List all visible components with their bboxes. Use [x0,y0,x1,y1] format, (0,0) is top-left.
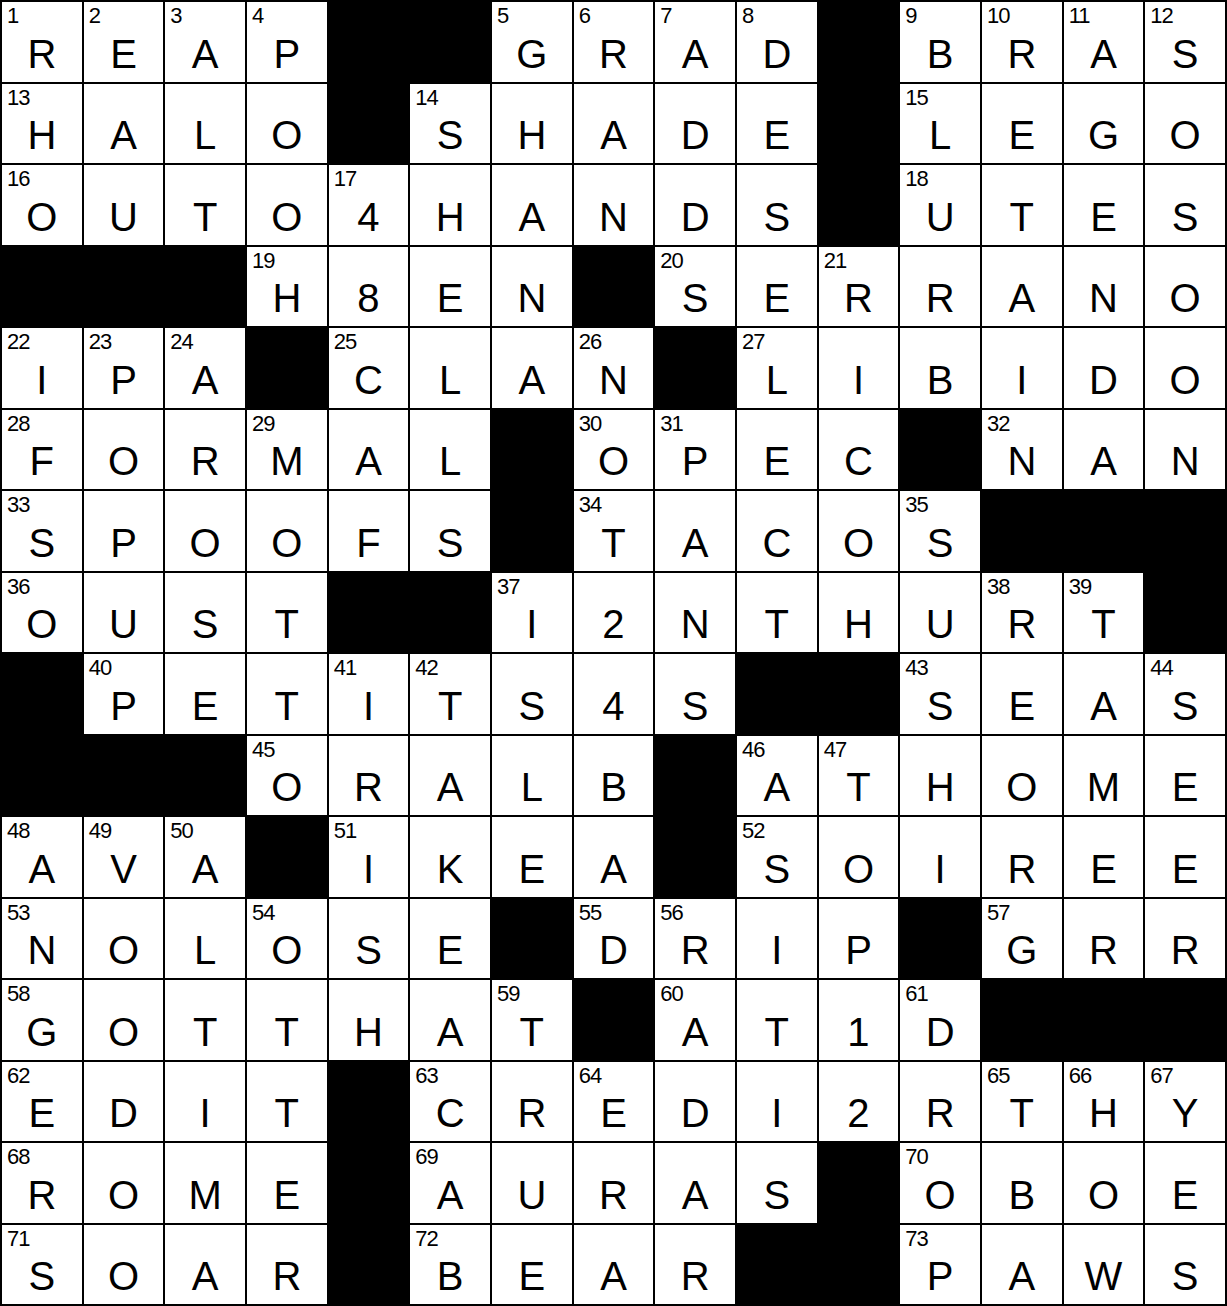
cell-r3c8[interactable]: N [574,165,654,245]
cell-r3c14[interactable]: E [1064,165,1144,245]
cell-r11c3[interactable]: 50A [165,817,245,897]
cell-letter: O [982,767,1062,807]
cell-letter: P [84,360,164,400]
cell-letter: K [410,849,490,889]
cell-r7c12[interactable]: 35S [900,491,980,571]
cell-r7c3[interactable]: O [165,491,245,571]
cell-letter: R [165,441,245,481]
cell-r8c12[interactable]: U [900,573,980,653]
cell-letter: A [574,115,654,155]
clue-number-47: 47 [824,737,846,762]
cell-letter: R [2,34,82,74]
cell-r15c8[interactable]: R [574,1143,654,1223]
cell-r16c4[interactable]: R [247,1225,327,1305]
cell-r10c7[interactable]: L [492,736,572,816]
cell-r1c9[interactable]: 7A [655,2,735,82]
cell-r13c3[interactable]: T [165,980,245,1060]
cell-r7c1[interactable]: 33S [2,491,82,571]
crossword-grid: 1R2E3A4P5G6R7A8D9B10R11A12S13HALO14SHADE… [0,0,1227,1306]
cell-r5c8[interactable]: 26N [574,328,654,408]
clue-number-63: 63 [415,1063,437,1088]
cell-r8c2[interactable]: U [84,573,164,653]
cell-letter: A [410,1012,490,1052]
cell-r9c2[interactable]: 40P [84,654,164,734]
cell-letter: R [982,604,1062,644]
cell-r14c3[interactable]: I [165,1062,245,1142]
cell-r7c10[interactable]: C [737,491,817,571]
cell-letter: O [84,1012,164,1052]
cell-r4c11[interactable]: 21R [819,247,899,327]
cell-r5c6[interactable]: L [410,328,490,408]
cell-letter: I [329,849,409,889]
cell-r7c4[interactable]: O [247,491,327,571]
cell-letter: U [84,197,164,237]
clue-number-57: 57 [987,900,1009,925]
cell-r13c2[interactable]: O [84,980,164,1060]
cell-r8c3[interactable]: S [165,573,245,653]
cell-letter: O [2,604,82,644]
cell-r8c10[interactable]: T [737,573,817,653]
clue-number-14: 14 [415,85,437,110]
cell-letter: N [655,604,735,644]
clue-number-66: 66 [1069,1063,1091,1088]
clue-number-58: 58 [7,981,29,1006]
cell-r7c11[interactable]: O [819,491,899,571]
cell-letter: T [247,686,327,726]
cell-r15c1[interactable]: 68R [2,1143,82,1223]
cell-r16c13[interactable]: A [982,1225,1062,1305]
cell-r14c7[interactable]: R [492,1062,572,1142]
cell-letter: P [900,1256,980,1296]
cell-letter: R [329,767,409,807]
black-cell-r9c11 [819,654,899,734]
cell-r8c11[interactable]: H [819,573,899,653]
cell-letter: R [247,1256,327,1296]
cell-r14c1[interactable]: 62E [2,1062,82,1142]
cell-r9c3[interactable]: E [165,654,245,734]
cell-r12c11[interactable]: P [819,899,899,979]
cell-r1c2[interactable]: 2E [84,2,164,82]
clue-number-54: 54 [252,900,274,925]
cell-r14c11[interactable]: 2 [819,1062,899,1142]
clue-number-62: 62 [7,1063,29,1088]
cell-r2c14[interactable]: G [1064,84,1144,164]
cell-letter: F [329,523,409,563]
cell-r10c11[interactable]: 47T [819,736,899,816]
cell-r9c8[interactable]: 4 [574,654,654,734]
cell-r11c14[interactable]: E [1064,817,1144,897]
cell-r9c14[interactable]: A [1064,654,1144,734]
cell-letter: F [2,441,82,481]
clue-number-21: 21 [824,248,846,273]
cell-r5c14[interactable]: D [1064,328,1144,408]
cell-r1c10[interactable]: 8D [737,2,817,82]
cell-letter: N [1064,278,1144,318]
cell-r16c2[interactable]: O [84,1225,164,1305]
cell-r9c13[interactable]: E [982,654,1062,734]
cell-r4c14[interactable]: N [1064,247,1144,327]
cell-r13c1[interactable]: 58G [2,980,82,1060]
cell-letter: E [492,1256,572,1296]
cell-letter: G [982,930,1062,970]
clue-number-72: 72 [415,1226,437,1251]
cell-r12c4[interactable]: 54O [247,899,327,979]
cell-letter: L [410,441,490,481]
cell-letter: M [1064,767,1144,807]
cell-letter: V [84,849,164,889]
cell-r11c8[interactable]: A [574,817,654,897]
cell-letter: S [737,1175,817,1215]
black-cell-r16c10 [737,1225,817,1305]
cell-r2c12[interactable]: 15L [900,84,980,164]
cell-r14c10[interactable]: I [737,1062,817,1142]
cell-r12c13[interactable]: 57G [982,899,1062,979]
cell-letter: O [247,115,327,155]
cell-letter: H [247,278,327,318]
cell-letter: S [655,278,735,318]
clue-number-6: 6 [579,3,590,28]
cell-r11c2[interactable]: 49V [84,817,164,897]
cell-r6c14[interactable]: A [1064,410,1144,490]
cell-r16c3[interactable]: A [165,1225,245,1305]
cell-r6c3[interactable]: R [165,410,245,490]
cell-r13c10[interactable]: T [737,980,817,1060]
cell-r12c14[interactable]: R [1064,899,1144,979]
cell-r6c8[interactable]: 30O [574,410,654,490]
cell-letter: A [165,34,245,74]
cell-r16c9[interactable]: R [655,1225,735,1305]
cell-r6c5[interactable]: A [329,410,409,490]
cell-letter: A [1064,34,1144,74]
cell-r13c6[interactable]: A [410,980,490,1060]
clue-number-20: 20 [660,248,682,273]
cell-r5c1[interactable]: 22I [2,328,82,408]
cell-r9c7[interactable]: S [492,654,572,734]
cell-letter: 2 [819,1093,899,1133]
cell-r9c4[interactable]: T [247,654,327,734]
cell-letter: R [2,1175,82,1215]
cell-r16c7[interactable]: E [492,1225,572,1305]
cell-r8c9[interactable]: N [655,573,735,653]
cell-r2c2[interactable]: A [84,84,164,164]
cell-r13c4[interactable]: T [247,980,327,1060]
cell-letter: U [84,604,164,644]
cell-r5c15[interactable]: O [1145,328,1225,408]
clue-number-29: 29 [252,411,274,436]
clue-number-40: 40 [89,655,111,680]
cell-r2c13[interactable]: E [982,84,1062,164]
clue-number-49: 49 [89,818,111,843]
cell-r15c3[interactable]: M [165,1143,245,1223]
cell-letter: L [900,115,980,155]
cell-r6c10[interactable]: E [737,410,817,490]
cell-r2c9[interactable]: D [655,84,735,164]
clue-number-11: 11 [1069,3,1090,28]
cell-r16c15[interactable]: S [1145,1225,1225,1305]
clue-number-19: 19 [252,248,274,273]
cell-r14c9[interactable]: D [655,1062,735,1142]
cell-r5c2[interactable]: 23P [84,328,164,408]
cell-letter: A [410,1175,490,1215]
cell-r4c13[interactable]: A [982,247,1062,327]
cell-r13c5[interactable]: H [329,980,409,1060]
cell-r10c8[interactable]: B [574,736,654,816]
cell-letter: D [84,1093,164,1133]
cell-r15c7[interactable]: U [492,1143,572,1223]
cell-r7c2[interactable]: P [84,491,164,571]
cell-r7c9[interactable]: A [655,491,735,571]
cell-r1c1[interactable]: 1R [2,2,82,82]
cell-r10c10[interactable]: 46A [737,736,817,816]
cell-r10c5[interactable]: R [329,736,409,816]
black-cell-r1c5 [329,2,409,82]
cell-r4c9[interactable]: 20S [655,247,735,327]
cell-r4c7[interactable]: N [492,247,572,327]
cell-r11c7[interactable]: E [492,817,572,897]
black-cell-r15c11 [819,1143,899,1223]
cell-r12c8[interactable]: 55D [574,899,654,979]
cell-r7c8[interactable]: 34T [574,491,654,571]
cell-r2c10[interactable]: E [737,84,817,164]
cell-r10c14[interactable]: M [1064,736,1144,816]
cell-r14c8[interactable]: 64E [574,1062,654,1142]
cell-letter: H [819,604,899,644]
cell-r3c6[interactable]: H [410,165,490,245]
cell-letter: E [84,34,164,74]
cell-r8c4[interactable]: T [247,573,327,653]
cell-r10c12[interactable]: H [900,736,980,816]
cell-r16c8[interactable]: A [574,1225,654,1305]
cell-letter: R [492,1093,572,1133]
cell-r11c10[interactable]: 52S [737,817,817,897]
cell-r14c12[interactable]: R [900,1062,980,1142]
cell-r9c12[interactable]: 43S [900,654,980,734]
cell-r4c10[interactable]: E [737,247,817,327]
cell-letter: L [492,767,572,807]
cell-r10c4[interactable]: 45O [247,736,327,816]
clue-number-65: 65 [987,1063,1009,1088]
cell-r7c5[interactable]: F [329,491,409,571]
cell-r3c5[interactable]: 174 [329,165,409,245]
black-cell-r9c10 [737,654,817,734]
cell-r3c15[interactable]: S [1145,165,1225,245]
cell-letter: O [819,849,899,889]
cell-letter: H [410,197,490,237]
cell-r15c12[interactable]: 70O [900,1143,980,1223]
cell-r4c12[interactable]: R [900,247,980,327]
cell-r4c6[interactable]: E [410,247,490,327]
cell-r2c1[interactable]: 13H [2,84,82,164]
cell-r8c1[interactable]: 36O [2,573,82,653]
cell-letter: H [900,767,980,807]
cell-r8c14[interactable]: 39T [1064,573,1144,653]
cell-r16c14[interactable]: W [1064,1225,1144,1305]
cell-r10c15[interactable]: E [1145,736,1225,816]
clue-number-60: 60 [660,981,682,1006]
cell-letter: A [1064,686,1144,726]
cell-r1c14[interactable]: 11A [1064,2,1144,82]
cell-r14c14[interactable]: 66H [1064,1062,1144,1142]
clue-number-42: 42 [415,655,437,680]
cell-r6c4[interactable]: 29M [247,410,327,490]
clue-number-52: 52 [742,818,764,843]
cell-r2c8[interactable]: A [574,84,654,164]
cell-r15c6[interactable]: 69A [410,1143,490,1223]
cell-r12c15[interactable]: R [1145,899,1225,979]
clue-number-16: 16 [7,166,29,191]
cell-r2c15[interactable]: O [1145,84,1225,164]
cell-r7c6[interactable]: S [410,491,490,571]
cell-r16c12[interactable]: 73P [900,1225,980,1305]
cell-r8c7[interactable]: 37I [492,573,572,653]
clue-number-46: 46 [742,737,764,762]
cell-letter: E [737,441,817,481]
cell-letter: U [900,604,980,644]
cell-r12c9[interactable]: 56R [655,899,735,979]
cell-r2c4[interactable]: O [247,84,327,164]
cell-r1c15[interactable]: 12S [1145,2,1225,82]
cell-r5c5[interactable]: 25C [329,328,409,408]
cell-r13c11[interactable]: 1 [819,980,899,1060]
cell-letter: P [655,441,735,481]
black-cell-r4c2 [84,247,164,327]
cell-r11c12[interactable]: I [900,817,980,897]
clue-number-59: 59 [497,981,519,1006]
cell-r6c13[interactable]: 32N [982,410,1062,490]
cell-r12c3[interactable]: L [165,899,245,979]
cell-r15c15[interactable]: E [1145,1143,1225,1223]
cell-r8c13[interactable]: 38R [982,573,1062,653]
cell-r9c6[interactable]: 42T [410,654,490,734]
cell-r16c1[interactable]: 71S [2,1225,82,1305]
cell-r11c11[interactable]: O [819,817,899,897]
cell-r12c10[interactable]: I [737,899,817,979]
cell-r15c13[interactable]: B [982,1143,1062,1223]
cell-r3c12[interactable]: 18U [900,165,980,245]
cell-letter: A [84,115,164,155]
cell-r5c7[interactable]: A [492,328,572,408]
cell-r15c14[interactable]: O [1064,1143,1144,1223]
clue-number-73: 73 [905,1226,927,1251]
clue-number-37: 37 [497,574,519,599]
cell-r11c15[interactable]: E [1145,817,1225,897]
cell-letter: S [737,849,817,889]
clue-number-28: 28 [7,411,29,436]
cell-letter: H [329,1012,409,1052]
cell-r9c9[interactable]: S [655,654,735,734]
cell-r2c3[interactable]: L [165,84,245,164]
cell-letter: P [819,930,899,970]
cell-r6c6[interactable]: L [410,410,490,490]
cell-r9c15[interactable]: 44S [1145,654,1225,734]
cell-r14c6[interactable]: 63C [410,1062,490,1142]
cell-r3c9[interactable]: D [655,165,735,245]
cell-r8c8[interactable]: 2 [574,573,654,653]
cell-r11c13[interactable]: R [982,817,1062,897]
cell-r4c4[interactable]: 19H [247,247,327,327]
cell-letter: R [1064,930,1144,970]
cell-letter: E [247,1175,327,1215]
cell-letter: O [247,767,327,807]
cell-letter: O [247,523,327,563]
cell-r5c13[interactable]: I [982,328,1062,408]
cell-r1c3[interactable]: 3A [165,2,245,82]
clue-number-33: 33 [7,492,29,517]
cell-r3c4[interactable]: O [247,165,327,245]
cell-r1c12[interactable]: 9B [900,2,980,82]
cell-r6c15[interactable]: N [1145,410,1225,490]
cell-r3c10[interactable]: S [737,165,817,245]
cell-r2c7[interactable]: H [492,84,572,164]
cell-r1c7[interactable]: 5G [492,2,572,82]
clue-number-30: 30 [579,411,601,436]
cell-r12c6[interactable]: E [410,899,490,979]
cell-r13c12[interactable]: 61D [900,980,980,1060]
cell-letter: E [1145,1175,1225,1215]
cell-r3c7[interactable]: A [492,165,572,245]
cell-r12c2[interactable]: O [84,899,164,979]
cell-r14c4[interactable]: T [247,1062,327,1142]
cell-r1c13[interactable]: 10R [982,2,1062,82]
cell-r5c3[interactable]: 24A [165,328,245,408]
cell-r11c6[interactable]: K [410,817,490,897]
cell-letter: H [492,115,572,155]
cell-r12c1[interactable]: 53N [2,899,82,979]
cell-r15c9[interactable]: A [655,1143,735,1223]
cell-letter: R [1145,930,1225,970]
cell-r1c8[interactable]: 6R [574,2,654,82]
cell-r6c1[interactable]: 28F [2,410,82,490]
cell-r2c6[interactable]: 14S [410,84,490,164]
cell-r3c13[interactable]: T [982,165,1062,245]
cell-r10c13[interactable]: O [982,736,1062,816]
cell-r5c10[interactable]: 27L [737,328,817,408]
clue-number-9: 9 [905,3,916,28]
cell-r3c1[interactable]: 16O [2,165,82,245]
cell-letter: R [655,1256,735,1296]
cell-r12c5[interactable]: S [329,899,409,979]
cell-r13c7[interactable]: 59T [492,980,572,1060]
cell-r3c3[interactable]: T [165,165,245,245]
cell-r15c2[interactable]: O [84,1143,164,1223]
cell-r1c4[interactable]: 4P [247,2,327,82]
cell-r16c6[interactable]: 72B [410,1225,490,1305]
cell-letter: T [1064,604,1144,644]
clue-number-32: 32 [987,411,1009,436]
cell-r4c15[interactable]: O [1145,247,1225,327]
cell-letter: O [165,523,245,563]
cell-r9c5[interactable]: 41I [329,654,409,734]
cell-r14c15[interactable]: 67Y [1145,1062,1225,1142]
cell-r4c5[interactable]: 8 [329,247,409,327]
cell-r6c2[interactable]: O [84,410,164,490]
cell-r14c13[interactable]: 65T [982,1062,1062,1142]
cell-r15c4[interactable]: E [247,1143,327,1223]
cell-r5c12[interactable]: B [900,328,980,408]
cell-r15c10[interactable]: S [737,1143,817,1223]
cell-r11c5[interactable]: 51I [329,817,409,897]
cell-r5c11[interactable]: I [819,328,899,408]
cell-r10c6[interactable]: A [410,736,490,816]
black-cell-r10c2 [84,736,164,816]
cell-r6c9[interactable]: 31P [655,410,735,490]
cell-r6c11[interactable]: C [819,410,899,490]
cell-letter: D [655,1093,735,1133]
cell-r13c9[interactable]: 60A [655,980,735,1060]
cell-r3c2[interactable]: U [84,165,164,245]
cell-r14c2[interactable]: D [84,1062,164,1142]
cell-r11c1[interactable]: 48A [2,817,82,897]
